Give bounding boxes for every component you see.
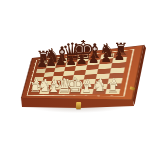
- rank-label-7: 7: [33, 67, 35, 68]
- brass-clasp-icon: [76, 102, 81, 109]
- chess-set-photo: abcdefgh87654321 ♜♞♝♛♚♝♞♜♟♟♟♟♟♟♟♟♟♟♟♟♟♟♟…: [0, 0, 160, 160]
- chessboard: abcdefgh87654321: [21, 45, 144, 100]
- file-label-g: g: [97, 95, 100, 97]
- rank-label-2: 2: [28, 87, 30, 88]
- file-label-f: f: [85, 95, 87, 97]
- rank-label-1: 1: [27, 91, 29, 92]
- file-label-a: a: [33, 95, 35, 96]
- file-label-d: d: [62, 95, 64, 96]
- file-label-c: c: [52, 95, 54, 96]
- rank-label-6: 6: [32, 71, 34, 72]
- rank-label-4: 4: [30, 79, 32, 80]
- rank-label-8: 8: [34, 63, 36, 64]
- file-label-e: e: [73, 95, 75, 96]
- rank-label-3: 3: [29, 83, 31, 84]
- square-h1: [105, 89, 120, 94]
- file-label-h: h: [110, 95, 113, 97]
- squares-grid: [30, 52, 128, 94]
- rank-label-5: 5: [31, 75, 33, 76]
- file-label-b: b: [42, 95, 44, 96]
